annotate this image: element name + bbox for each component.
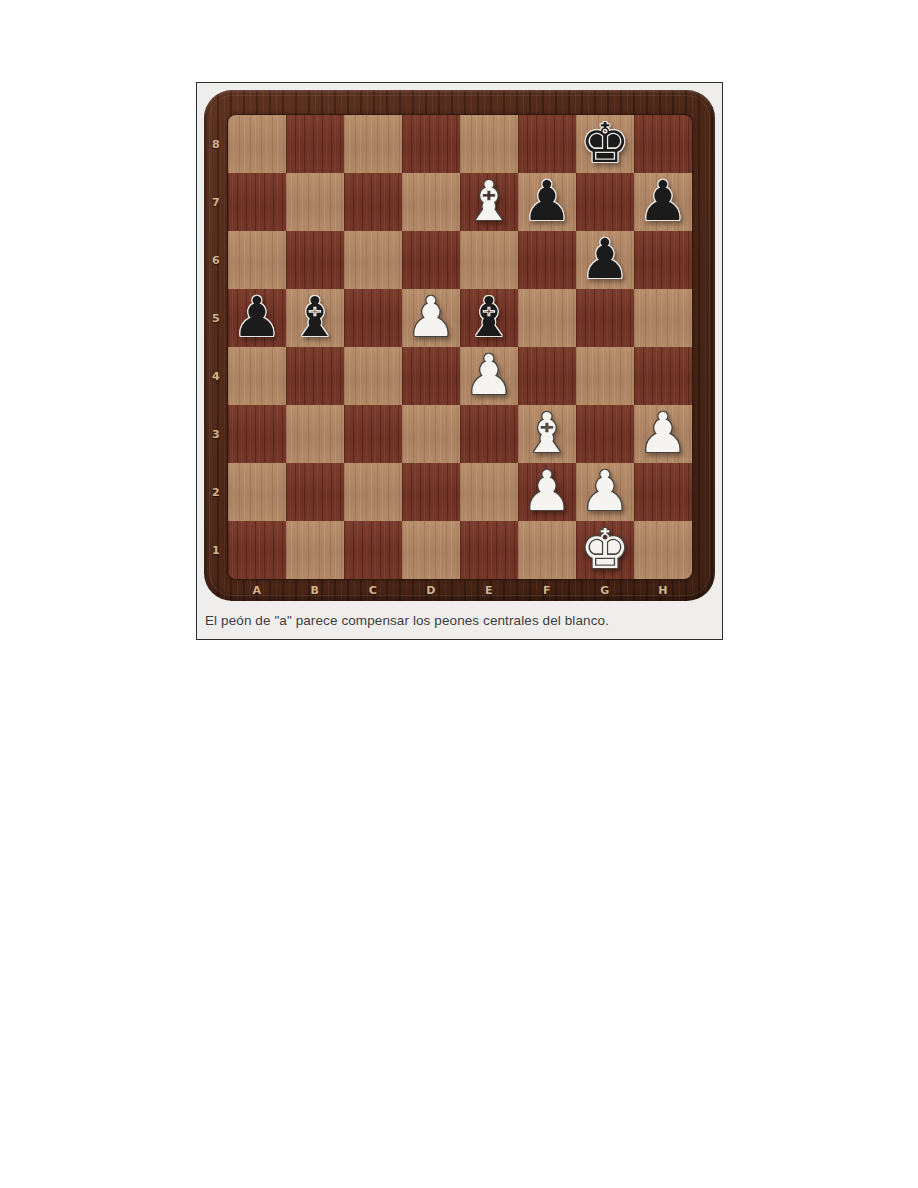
black-pawn-f7: ♟ xyxy=(522,172,571,230)
white-pawn-e4: ♟ xyxy=(464,346,513,404)
square-f7: ♟ xyxy=(518,173,576,231)
square-d8 xyxy=(402,115,460,173)
rank-label-2: 2 xyxy=(204,463,228,521)
rank-label-3: 3 xyxy=(204,405,228,463)
square-e5: ♝ xyxy=(460,289,518,347)
diagram-caption: El peón de "a" parece compensar los peon… xyxy=(205,613,609,628)
square-c8 xyxy=(344,115,402,173)
file-label-e: E xyxy=(460,579,518,601)
square-c6 xyxy=(344,231,402,289)
square-d5: ♟ xyxy=(402,289,460,347)
square-a4 xyxy=(228,347,286,405)
rank-label-6: 6 xyxy=(204,231,228,289)
square-a6 xyxy=(228,231,286,289)
square-d7 xyxy=(402,173,460,231)
white-pawn-f2: ♟ xyxy=(522,462,571,520)
square-c5 xyxy=(344,289,402,347)
white-bishop-f3: ♝ xyxy=(522,404,571,462)
square-a1 xyxy=(228,521,286,579)
file-label-g: G xyxy=(576,579,634,601)
rank-label-5: 5 xyxy=(204,289,228,347)
white-pawn-d5: ♟ xyxy=(406,288,455,346)
square-a2 xyxy=(228,463,286,521)
square-d2 xyxy=(402,463,460,521)
square-a7 xyxy=(228,173,286,231)
square-b4 xyxy=(286,347,344,405)
square-g4 xyxy=(576,347,634,405)
square-e7: ♝ xyxy=(460,173,518,231)
black-pawn-a5: ♟ xyxy=(232,288,281,346)
square-e3 xyxy=(460,405,518,463)
square-h5 xyxy=(634,289,692,347)
square-e6 xyxy=(460,231,518,289)
file-label-c: C xyxy=(344,579,402,601)
white-king-g1: ♚ xyxy=(580,520,629,578)
square-g6: ♟ xyxy=(576,231,634,289)
square-a8 xyxy=(228,115,286,173)
square-h1 xyxy=(634,521,692,579)
square-f6 xyxy=(518,231,576,289)
square-f3: ♝ xyxy=(518,405,576,463)
square-b5: ♝ xyxy=(286,289,344,347)
square-c4 xyxy=(344,347,402,405)
square-c2 xyxy=(344,463,402,521)
square-c3 xyxy=(344,405,402,463)
file-label-b: B xyxy=(286,579,344,601)
square-b3 xyxy=(286,405,344,463)
square-g1: ♚ xyxy=(576,521,634,579)
square-h4 xyxy=(634,347,692,405)
caption-bar: El peón de "a" parece compensar los peon… xyxy=(197,602,722,639)
square-d6 xyxy=(402,231,460,289)
square-h6 xyxy=(634,231,692,289)
square-d4 xyxy=(402,347,460,405)
file-label-d: D xyxy=(402,579,460,601)
black-pawn-h7: ♟ xyxy=(638,172,687,230)
square-b7 xyxy=(286,173,344,231)
square-b2 xyxy=(286,463,344,521)
square-c7 xyxy=(344,173,402,231)
square-h2 xyxy=(634,463,692,521)
square-h7: ♟ xyxy=(634,173,692,231)
square-b1 xyxy=(286,521,344,579)
square-d3 xyxy=(402,405,460,463)
square-e1 xyxy=(460,521,518,579)
black-king-g8: ♚ xyxy=(580,115,629,172)
black-bishop-e5: ♝ xyxy=(464,288,513,346)
square-b8 xyxy=(286,115,344,173)
rank-labels: 87654321 xyxy=(204,115,228,579)
square-e2 xyxy=(460,463,518,521)
square-b6 xyxy=(286,231,344,289)
square-f2: ♟ xyxy=(518,463,576,521)
white-pawn-h3: ♟ xyxy=(638,404,687,462)
black-pawn-g6: ♟ xyxy=(580,230,629,288)
square-d1 xyxy=(402,521,460,579)
square-e4: ♟ xyxy=(460,347,518,405)
square-g2: ♟ xyxy=(576,463,634,521)
white-pawn-g2: ♟ xyxy=(580,462,629,520)
black-bishop-b5: ♝ xyxy=(290,288,339,346)
rank-label-8: 8 xyxy=(204,115,228,173)
rank-label-7: 7 xyxy=(204,173,228,231)
file-label-f: F xyxy=(518,579,576,601)
square-e8 xyxy=(460,115,518,173)
square-a3 xyxy=(228,405,286,463)
chess-diagram-widget: 87654321 ABCDEFGH ♚♝♟♟♟♟♝♟♝♟♝♟♟♟♚ El peó… xyxy=(196,82,723,640)
page: 87654321 ABCDEFGH ♚♝♟♟♟♟♝♟♝♟♝♟♟♟♚ El peó… xyxy=(0,0,918,1188)
square-g3 xyxy=(576,405,634,463)
square-f8 xyxy=(518,115,576,173)
rank-label-1: 1 xyxy=(204,521,228,579)
square-c1 xyxy=(344,521,402,579)
square-g7 xyxy=(576,173,634,231)
chessboard-grid: ♚♝♟♟♟♟♝♟♝♟♝♟♟♟♚ xyxy=(228,115,692,579)
board-frame: 87654321 ABCDEFGH ♚♝♟♟♟♟♝♟♝♟♝♟♟♟♚ xyxy=(204,90,715,601)
square-g8: ♚ xyxy=(576,115,634,173)
square-f4 xyxy=(518,347,576,405)
square-h8 xyxy=(634,115,692,173)
file-label-h: H xyxy=(634,579,692,601)
square-f5 xyxy=(518,289,576,347)
square-a5: ♟ xyxy=(228,289,286,347)
square-f1 xyxy=(518,521,576,579)
file-labels: ABCDEFGH xyxy=(228,579,692,601)
square-g5 xyxy=(576,289,634,347)
file-label-a: A xyxy=(228,579,286,601)
square-h3: ♟ xyxy=(634,405,692,463)
rank-label-4: 4 xyxy=(204,347,228,405)
white-bishop-e7: ♝ xyxy=(464,172,513,230)
